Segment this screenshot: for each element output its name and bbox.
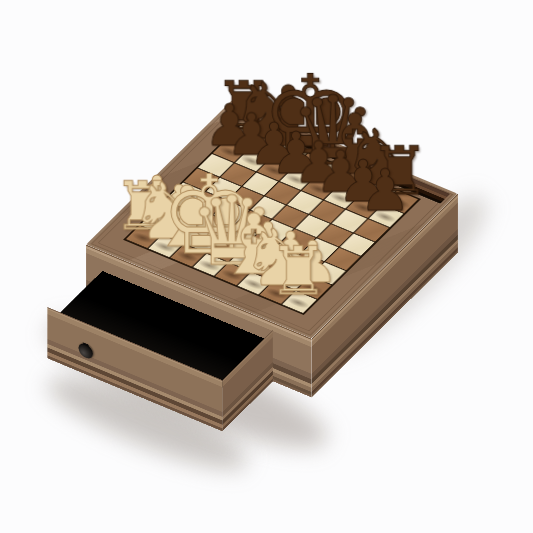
drawer-knob[interactable] — [78, 341, 92, 360]
chess-box: ♜♞♝♚♛♝♞♜♟♟♟♟♟♟♟♟♟♟♟♟♟♟♟♟♜♞♝♚♛♝♞♜ — [86, 158, 458, 397]
square-h1[interactable]: ♜ — [282, 291, 317, 313]
white-rook-h1[interactable]: ♜ — [234, 181, 362, 303]
product-photo-scene: ♜♞♝♚♛♝♞♜♟♟♟♟♟♟♟♟♟♟♟♟♟♟♟♟♜♞♝♚♛♝♞♜ — [0, 0, 533, 533]
